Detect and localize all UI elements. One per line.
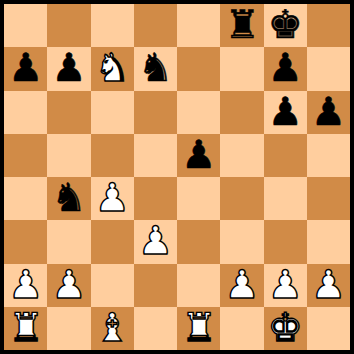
black-king[interactable]: ♚ [268, 5, 303, 44]
square-h7[interactable] [307, 47, 350, 90]
square-c8[interactable] [91, 4, 134, 47]
white-pawn[interactable]: ♟ [95, 178, 130, 217]
square-c4[interactable]: ♟ [91, 177, 134, 220]
square-e4[interactable] [177, 177, 220, 220]
square-a4[interactable] [4, 177, 47, 220]
square-e7[interactable] [177, 47, 220, 90]
white-pawn[interactable]: ♟ [268, 265, 303, 304]
square-a1[interactable]: ♜ [4, 307, 47, 350]
square-d8[interactable] [134, 4, 177, 47]
square-c7[interactable]: ♞ [91, 47, 134, 90]
white-pawn[interactable]: ♟ [51, 265, 86, 304]
square-d7[interactable]: ♞ [134, 47, 177, 90]
square-d6[interactable] [134, 91, 177, 134]
square-c1[interactable]: ♝ [91, 307, 134, 350]
square-g1[interactable]: ♚ [264, 307, 307, 350]
square-g2[interactable]: ♟ [264, 264, 307, 307]
square-e2[interactable] [177, 264, 220, 307]
square-b2[interactable]: ♟ [47, 264, 90, 307]
black-knight[interactable]: ♞ [51, 178, 86, 217]
black-pawn[interactable]: ♟ [268, 48, 303, 87]
square-a5[interactable] [4, 134, 47, 177]
square-h2[interactable]: ♟ [307, 264, 350, 307]
square-g3[interactable] [264, 220, 307, 263]
square-d3[interactable]: ♟ [134, 220, 177, 263]
white-king[interactable]: ♚ [268, 308, 303, 347]
square-a7[interactable]: ♟ [4, 47, 47, 90]
chess-board: ♜♚♟♟♞♞♟♟♟♟♞♟♟♟♟♟♟♟♜♝♜♚ [4, 4, 350, 350]
black-pawn[interactable]: ♟ [268, 92, 303, 131]
square-b4[interactable]: ♞ [47, 177, 90, 220]
square-d1[interactable] [134, 307, 177, 350]
square-f5[interactable] [220, 134, 263, 177]
square-f2[interactable]: ♟ [220, 264, 263, 307]
square-d2[interactable] [134, 264, 177, 307]
square-g8[interactable]: ♚ [264, 4, 307, 47]
black-rook[interactable]: ♜ [224, 5, 259, 44]
square-f8[interactable]: ♜ [220, 4, 263, 47]
square-c5[interactable] [91, 134, 134, 177]
white-rook[interactable]: ♜ [8, 308, 43, 347]
square-a2[interactable]: ♟ [4, 264, 47, 307]
square-a6[interactable] [4, 91, 47, 134]
square-g4[interactable] [264, 177, 307, 220]
square-b8[interactable] [47, 4, 90, 47]
square-c2[interactable] [91, 264, 134, 307]
white-rook[interactable]: ♜ [181, 308, 216, 347]
square-h6[interactable]: ♟ [307, 91, 350, 134]
white-pawn[interactable]: ♟ [8, 265, 43, 304]
square-h3[interactable] [307, 220, 350, 263]
square-b7[interactable]: ♟ [47, 47, 90, 90]
square-c3[interactable] [91, 220, 134, 263]
square-c6[interactable] [91, 91, 134, 134]
square-e5[interactable]: ♟ [177, 134, 220, 177]
black-knight[interactable]: ♞ [138, 48, 173, 87]
square-e6[interactable] [177, 91, 220, 134]
white-pawn[interactable]: ♟ [138, 221, 173, 260]
square-f1[interactable] [220, 307, 263, 350]
square-d5[interactable] [134, 134, 177, 177]
square-h5[interactable] [307, 134, 350, 177]
square-h4[interactable] [307, 177, 350, 220]
white-pawn[interactable]: ♟ [311, 265, 346, 304]
square-e1[interactable]: ♜ [177, 307, 220, 350]
square-f4[interactable] [220, 177, 263, 220]
black-pawn[interactable]: ♟ [181, 135, 216, 174]
white-pawn[interactable]: ♟ [224, 265, 259, 304]
square-a3[interactable] [4, 220, 47, 263]
square-b6[interactable] [47, 91, 90, 134]
square-b3[interactable] [47, 220, 90, 263]
black-pawn[interactable]: ♟ [311, 92, 346, 131]
square-f3[interactable] [220, 220, 263, 263]
square-b5[interactable] [47, 134, 90, 177]
chess-board-frame: ♜♚♟♟♞♞♟♟♟♟♞♟♟♟♟♟♟♟♜♝♜♚ [0, 0, 354, 354]
square-h8[interactable] [307, 4, 350, 47]
square-g7[interactable]: ♟ [264, 47, 307, 90]
square-a8[interactable] [4, 4, 47, 47]
square-h1[interactable] [307, 307, 350, 350]
square-b1[interactable] [47, 307, 90, 350]
white-knight[interactable]: ♞ [95, 48, 130, 87]
black-pawn[interactable]: ♟ [8, 48, 43, 87]
black-pawn[interactable]: ♟ [51, 48, 86, 87]
square-d4[interactable] [134, 177, 177, 220]
square-f6[interactable] [220, 91, 263, 134]
white-bishop[interactable]: ♝ [95, 308, 130, 347]
square-e3[interactable] [177, 220, 220, 263]
square-g6[interactable]: ♟ [264, 91, 307, 134]
square-e8[interactable] [177, 4, 220, 47]
square-g5[interactable] [264, 134, 307, 177]
square-f7[interactable] [220, 47, 263, 90]
